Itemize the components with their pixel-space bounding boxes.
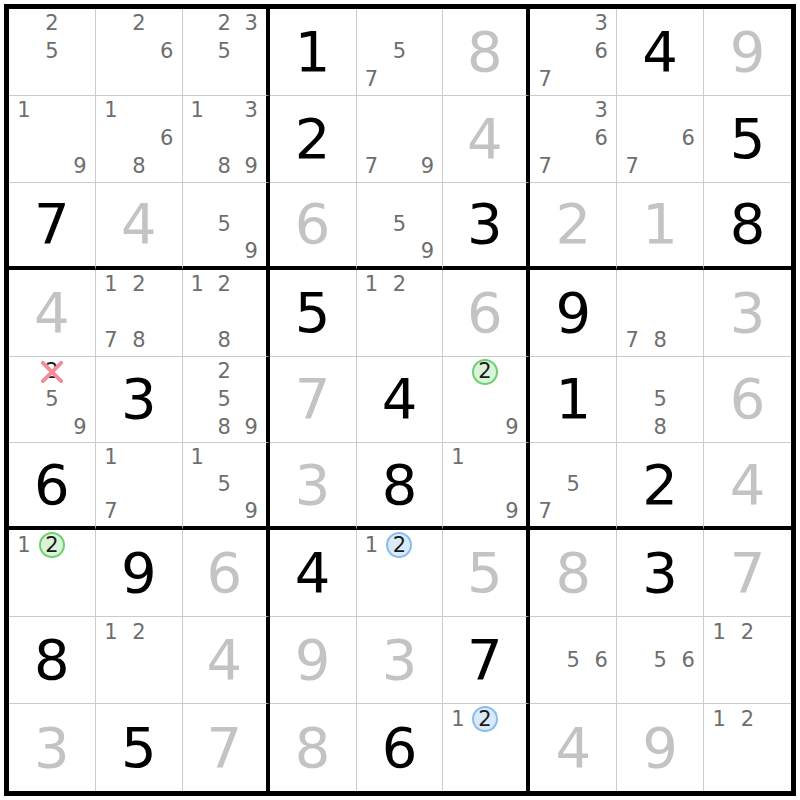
cell-value: 8 [730, 196, 766, 252]
candidate-slot-1 [531, 618, 559, 646]
cell-value: 3 [467, 196, 503, 252]
candidate-slot-7 [10, 587, 38, 615]
candidate-grid: 25 [10, 10, 94, 94]
candidate-slot-2 [646, 97, 674, 125]
cell-r4c4[interactable]: 5 [270, 270, 357, 357]
cell-r4c1[interactable]: 4 [9, 270, 96, 357]
candidate-slot-1: 1 [444, 444, 471, 471]
cell-r6c5[interactable]: 8 [357, 443, 444, 530]
candidate-8[interactable]: 8 [132, 156, 145, 177]
candidate-slot-1 [531, 97, 559, 125]
candidate-1[interactable]: 1 [713, 709, 726, 730]
cell-r1c8[interactable]: 4 [617, 9, 704, 96]
candidate-2[interactable]: 2 [45, 13, 58, 34]
cell-r7c5[interactable]: 12 [357, 530, 444, 617]
cell-r6c7[interactable]: 57 [530, 443, 617, 530]
candidate-slot-6 [413, 559, 441, 587]
candidate-slot-6 [674, 299, 702, 327]
candidate-slot-1 [184, 358, 211, 386]
candidate-slot-8 [386, 238, 414, 265]
candidate-slot-6 [413, 38, 441, 66]
cell-r5c4[interactable]: 7 [270, 357, 357, 444]
candidate-slot-3: 3 [587, 97, 615, 125]
candidate-slot-7 [705, 762, 733, 790]
cell-r7c3[interactable]: 6 [183, 530, 270, 617]
cell-r1c2[interactable]: 26 [96, 9, 183, 96]
candidate-slot-6 [238, 471, 265, 498]
candidate-1[interactable]: 1 [104, 100, 117, 121]
candidate-grid: 235 [184, 10, 265, 94]
candidate-9[interactable]: 9 [73, 417, 86, 438]
candidate-slot-5 [386, 125, 414, 153]
candidate-slot-2 [211, 184, 238, 211]
cell-r7c4[interactable]: 4 [270, 530, 357, 617]
candidate-slot-4 [184, 125, 211, 153]
candidate-1[interactable]: 1 [104, 622, 117, 643]
candidate-slot-2 [386, 10, 414, 38]
candidate-grid: 17 [97, 444, 181, 525]
cell-value: 3 [382, 632, 418, 688]
candidate-7[interactable]: 7 [626, 330, 639, 351]
candidate-7[interactable]: 7 [539, 156, 552, 177]
candidate-2[interactable]: 2 [741, 709, 754, 730]
candidate-slot-4 [358, 125, 386, 153]
candidate-slot-1 [618, 358, 646, 386]
candidate-7[interactable]: 7 [104, 501, 117, 522]
candidate-6[interactable]: 6 [595, 128, 608, 149]
candidate-slot-7: 7 [531, 153, 559, 181]
candidate-7[interactable]: 7 [365, 156, 378, 177]
cell-r7c2[interactable]: 9 [96, 530, 183, 617]
candidate-slot-6 [498, 471, 525, 498]
candidate-slot-6 [413, 211, 441, 238]
candidate-1[interactable]: 1 [713, 622, 726, 643]
candidate-slot-8 [38, 587, 66, 615]
candidate-7[interactable]: 7 [539, 501, 552, 522]
cell-r4c2[interactable]: 1278 [96, 270, 183, 357]
cell-value: 7 [295, 371, 331, 427]
candidate-grid: 59 [358, 184, 442, 265]
cell-r7c1[interactable]: 12 [9, 530, 96, 617]
cell-r9c5[interactable]: 6 [357, 704, 444, 791]
candidate-slot-2 [559, 97, 587, 125]
cell-r2c3[interactable]: 1389 [183, 96, 270, 183]
cell-r7c8[interactable]: 3 [617, 530, 704, 617]
candidate-slot-7 [358, 587, 386, 615]
candidate-slot-5 [38, 559, 66, 587]
candidate-slot-5: 5 [386, 38, 414, 66]
cell-r2c9[interactable]: 5 [704, 96, 791, 183]
candidate-slot-6 [238, 125, 265, 153]
candidate-1[interactable]: 1 [17, 100, 30, 121]
cell-r4c7[interactable]: 9 [530, 270, 617, 357]
candidate-slot-1: 1 [184, 444, 211, 471]
candidate-slot-1: 1 [10, 531, 38, 559]
cell-r7c6[interactable]: 5 [443, 530, 530, 617]
cell-r9c4[interactable]: 8 [270, 704, 357, 791]
candidate-slot-9 [587, 674, 615, 702]
cell-r3c7[interactable]: 2 [530, 183, 617, 270]
cell-r6c4[interactable]: 3 [270, 443, 357, 530]
cell-r9c1[interactable]: 3 [9, 704, 96, 791]
candidate-1[interactable]: 1 [451, 709, 464, 730]
candidate-6[interactable]: 6 [595, 650, 608, 671]
cell-value: 3 [34, 720, 70, 776]
cell-r5c1[interactable]: 259 [9, 357, 96, 444]
candidate-slot-6 [66, 38, 94, 66]
cell-r1c5[interactable]: 57 [357, 9, 444, 96]
candidate-6[interactable]: 6 [160, 41, 173, 62]
candidate-slot-2: 2 [471, 358, 498, 386]
cell-r6c6[interactable]: 19 [443, 443, 530, 530]
candidate-5[interactable]: 5 [653, 389, 666, 410]
candidate-1[interactable]: 1 [191, 447, 204, 468]
candidate-9[interactable]: 9 [244, 156, 257, 177]
cell-value: 7 [34, 196, 70, 252]
candidate-8[interactable]: 8 [218, 330, 231, 351]
candidate-6[interactable]: 6 [595, 41, 608, 62]
cell-r4c6[interactable]: 6 [443, 270, 530, 357]
candidate-1[interactable]: 1 [365, 274, 378, 295]
cell-r5c3[interactable]: 2589 [183, 357, 270, 444]
candidate-1[interactable]: 1 [104, 447, 117, 468]
candidate-1[interactable]: 1 [104, 274, 117, 295]
candidate-slot-2 [646, 358, 674, 386]
candidate-9[interactable]: 9 [244, 501, 257, 522]
cell-r5c2[interactable]: 3 [96, 357, 183, 444]
cell-r3c6[interactable]: 3 [443, 183, 530, 270]
candidate-8[interactable]: 8 [653, 417, 666, 438]
candidate-9[interactable]: 9 [244, 241, 257, 262]
cell-value: 8 [382, 457, 418, 513]
candidate-slot-8: 8 [211, 327, 238, 355]
cell-r4c5[interactable]: 12 [357, 270, 444, 357]
cell-r1c1[interactable]: 25 [9, 9, 96, 96]
candidate-8[interactable]: 8 [218, 156, 231, 177]
candidate-slot-7 [358, 238, 386, 265]
cell-value: 3 [121, 371, 157, 427]
candidate-2[interactable]: 2 [741, 622, 754, 643]
cell-r1c6[interactable]: 8 [443, 9, 530, 96]
candidate-slot-9: 9 [66, 413, 94, 441]
candidate-6[interactable]: 6 [681, 128, 694, 149]
cell-value: 9 [295, 632, 331, 688]
cell-r4c3[interactable]: 128 [183, 270, 270, 357]
candidate-slot-5: 5 [211, 211, 238, 238]
candidate-8[interactable]: 8 [132, 330, 145, 351]
cell-r1c4[interactable]: 1 [270, 9, 357, 96]
cell-value: 4 [642, 24, 678, 80]
cell-r9c8[interactable]: 9 [617, 704, 704, 791]
candidate-slot-2 [211, 444, 238, 471]
candidate-slot-6: 6 [587, 38, 615, 66]
candidate-slot-7 [184, 413, 211, 441]
cell-r8c9[interactable]: 12 [704, 617, 791, 704]
candidate-slot-1 [97, 10, 125, 38]
candidate-7[interactable]: 7 [365, 69, 378, 90]
candidate-5[interactable]: 5 [567, 474, 580, 495]
cell-r9c7[interactable]: 4 [530, 704, 617, 791]
cell-r5c7[interactable]: 1 [530, 357, 617, 444]
candidate-slot-1: 1 [97, 618, 125, 646]
cell-r6c8[interactable]: 2 [617, 443, 704, 530]
cell-r8c4[interactable]: 9 [270, 617, 357, 704]
cell-value: 1 [295, 24, 331, 80]
cell-value: 2 [642, 457, 678, 513]
candidate-2[interactable]: 2 [39, 532, 65, 558]
candidate-slot-7 [184, 498, 211, 525]
candidate-slot-3 [762, 618, 790, 646]
candidate-5[interactable]: 5 [393, 41, 406, 62]
cell-value: 6 [34, 457, 70, 513]
candidate-slot-6: 6 [587, 646, 615, 674]
cell-r2c5[interactable]: 79 [357, 96, 444, 183]
candidate-slot-1: 1 [97, 444, 125, 471]
candidate-9[interactable]: 9 [244, 417, 257, 438]
cell-r7c7[interactable]: 8 [530, 530, 617, 617]
cell-r8c8[interactable]: 56 [617, 617, 704, 704]
candidate-slot-5: 5 [559, 646, 587, 674]
candidate-slot-2: 2 [125, 10, 153, 38]
candidate-slot-4 [358, 559, 386, 587]
candidate-slot-2 [38, 97, 66, 125]
cell-value: 4 [34, 285, 70, 341]
cell-r8c6[interactable]: 7 [443, 617, 530, 704]
candidate-slot-1 [184, 184, 211, 211]
candidate-slot-4 [618, 299, 646, 327]
candidate-slot-9: 9 [238, 498, 265, 525]
candidate-2[interactable]: 2 [132, 274, 145, 295]
cell-r2c1[interactable]: 19 [9, 96, 96, 183]
candidate-slot-9 [153, 498, 181, 525]
cell-value: 4 [121, 196, 157, 252]
cell-r2c6[interactable]: 4 [443, 96, 530, 183]
candidate-slot-6 [587, 471, 615, 498]
candidate-slot-7 [184, 153, 211, 181]
cell-r1c7[interactable]: 367 [530, 9, 617, 96]
candidate-2[interactable]: 2 [218, 361, 231, 382]
cell-r6c1[interactable]: 6 [9, 443, 96, 530]
candidate-slot-8 [646, 153, 674, 181]
candidate-slot-2 [386, 97, 414, 125]
cell-r8c3[interactable]: 4 [183, 617, 270, 704]
cell-r3c1[interactable]: 7 [9, 183, 96, 270]
candidate-slot-8 [733, 762, 761, 790]
cell-r5c8[interactable]: 58 [617, 357, 704, 444]
candidate-slot-2: 2 [125, 618, 153, 646]
cell-r3c4[interactable]: 6 [270, 183, 357, 270]
candidate-5[interactable]: 5 [218, 214, 231, 235]
candidate-7[interactable]: 7 [104, 330, 117, 351]
candidate-slot-6 [153, 646, 181, 674]
candidate-grid: 29 [444, 358, 525, 442]
cell-r9c3[interactable]: 7 [183, 704, 270, 791]
candidate-slot-3 [413, 97, 441, 125]
cell-value: 4 [555, 720, 591, 776]
candidate-9[interactable]: 9 [421, 156, 434, 177]
candidate-grid: 56 [531, 618, 615, 702]
cell-value: 8 [34, 632, 70, 688]
candidate-slot-5 [125, 471, 153, 498]
candidate-9[interactable]: 9 [505, 417, 518, 438]
candidate-slot-9 [674, 413, 702, 441]
cell-r8c7[interactable]: 56 [530, 617, 617, 704]
candidate-slot-4 [10, 38, 38, 66]
cell-r8c5[interactable]: 3 [357, 617, 444, 704]
cell-r9c9[interactable]: 12 [704, 704, 791, 791]
cell-value: 9 [121, 545, 157, 601]
candidate-2[interactable]: 2 [393, 274, 406, 295]
cell-r3c8[interactable]: 1 [617, 183, 704, 270]
candidate-slot-6 [413, 125, 441, 153]
candidate-slot-7 [444, 498, 471, 525]
candidate-slot-1: 1 [184, 97, 211, 125]
candidate-3[interactable]: 3 [595, 13, 608, 34]
cell-value: 5 [295, 285, 331, 341]
cell-r1c3[interactable]: 235 [183, 9, 270, 96]
candidate-9[interactable]: 9 [505, 501, 518, 522]
candidate-slot-5: 5 [646, 646, 674, 674]
candidate-8[interactable]: 8 [218, 417, 231, 438]
candidate-slot-5 [211, 299, 238, 327]
candidate-9[interactable]: 9 [73, 156, 86, 177]
candidate-1[interactable]: 1 [17, 535, 30, 556]
candidate-6[interactable]: 6 [681, 650, 694, 671]
cell-r3c2[interactable]: 4 [96, 183, 183, 270]
cell-r3c9[interactable]: 8 [704, 183, 791, 270]
candidate-5[interactable]: 5 [45, 389, 58, 410]
candidate-slot-5 [471, 386, 498, 414]
candidate-2[interactable]: 2 [472, 359, 498, 385]
candidate-2[interactable]: 2 [218, 274, 231, 295]
cell-value: 2 [295, 111, 331, 167]
candidate-slot-2 [559, 10, 587, 38]
cell-r7c9[interactable]: 7 [704, 530, 791, 617]
candidate-slot-9 [153, 153, 181, 181]
candidate-slot-2 [125, 444, 153, 471]
candidate-slot-1 [358, 97, 386, 125]
candidate-8[interactable]: 8 [653, 330, 666, 351]
candidate-slot-7 [705, 674, 733, 702]
candidate-slot-7 [618, 674, 646, 702]
cell-r2c8[interactable]: 67 [617, 96, 704, 183]
candidate-slot-3 [238, 444, 265, 471]
candidate-2[interactable]: 2 [45, 361, 58, 382]
candidate-slot-1 [444, 358, 471, 386]
candidate-slot-9 [153, 674, 181, 702]
cell-r6c2[interactable]: 17 [96, 443, 183, 530]
candidate-slot-9 [66, 66, 94, 94]
cell-value: 4 [295, 545, 331, 601]
cell-r4c8[interactable]: 78 [617, 270, 704, 357]
cell-r5c9[interactable]: 6 [704, 357, 791, 444]
candidate-2[interactable]: 2 [386, 532, 412, 558]
candidate-3[interactable]: 3 [244, 13, 257, 34]
candidate-slot-6 [66, 125, 94, 153]
candidate-slot-7 [10, 413, 38, 441]
candidate-slot-7 [618, 413, 646, 441]
candidate-slot-4 [705, 733, 733, 761]
candidate-1[interactable]: 1 [451, 447, 464, 468]
cell-r4c9[interactable]: 3 [704, 270, 791, 357]
candidate-5[interactable]: 5 [218, 389, 231, 410]
candidate-2[interactable]: 2 [132, 622, 145, 643]
candidate-slot-9 [674, 153, 702, 181]
candidate-slot-4 [184, 38, 211, 66]
candidate-3[interactable]: 3 [244, 100, 257, 121]
candidate-6[interactable]: 6 [160, 128, 173, 149]
candidate-slot-1: 1 [10, 97, 38, 125]
candidate-slot-1 [531, 10, 559, 38]
candidate-slot-7 [97, 674, 125, 702]
candidate-7[interactable]: 7 [626, 156, 639, 177]
cell-r5c6[interactable]: 29 [443, 357, 530, 444]
candidate-1[interactable]: 1 [191, 274, 204, 295]
candidate-slot-4 [444, 386, 471, 414]
candidate-3[interactable]: 3 [595, 100, 608, 121]
candidate-1[interactable]: 1 [365, 535, 378, 556]
candidate-slot-5 [386, 559, 414, 587]
candidate-5[interactable]: 5 [567, 650, 580, 671]
candidate-slot-6 [66, 559, 94, 587]
candidate-9[interactable]: 9 [421, 241, 434, 262]
candidate-slot-9: 9 [238, 413, 265, 441]
candidate-slot-8 [38, 153, 66, 181]
candidate-1[interactable]: 1 [191, 100, 204, 121]
candidate-slot-9 [153, 327, 181, 355]
candidate-slot-6: 6 [153, 125, 181, 153]
candidate-5[interactable]: 5 [45, 41, 58, 62]
cell-r6c9[interactable]: 4 [704, 443, 791, 530]
candidate-slot-5: 5 [386, 211, 414, 238]
cell-r9c2[interactable]: 5 [96, 704, 183, 791]
cell-r2c4[interactable]: 2 [270, 96, 357, 183]
candidate-slot-5 [733, 646, 761, 674]
cell-r6c3[interactable]: 159 [183, 443, 270, 530]
cell-r8c1[interactable]: 8 [9, 617, 96, 704]
candidate-slot-1: 1 [705, 618, 733, 646]
candidate-2[interactable]: 2 [472, 706, 498, 732]
candidate-slot-9 [413, 587, 441, 615]
candidate-5[interactable]: 5 [653, 650, 666, 671]
cell-r9c6[interactable]: 12 [443, 704, 530, 791]
cell-r8c2[interactable]: 12 [96, 617, 183, 704]
candidate-grid: 1389 [184, 97, 265, 181]
candidate-grid: 79 [358, 97, 442, 181]
candidate-7[interactable]: 7 [539, 69, 552, 90]
candidate-5[interactable]: 5 [218, 474, 231, 495]
candidate-slot-3 [238, 184, 265, 211]
candidate-grid: 78 [618, 271, 702, 355]
cell-r3c5[interactable]: 59 [357, 183, 444, 270]
candidate-slot-9 [674, 674, 702, 702]
candidate-grid: 367 [531, 10, 615, 94]
candidate-5[interactable]: 5 [218, 41, 231, 62]
cell-r2c2[interactable]: 168 [96, 96, 183, 183]
candidate-slot-8: 8 [125, 153, 153, 181]
cell-r1c9[interactable]: 9 [704, 9, 791, 96]
candidate-2[interactable]: 2 [218, 13, 231, 34]
candidate-slot-7: 7 [97, 498, 125, 525]
cell-r2c7[interactable]: 367 [530, 96, 617, 183]
candidate-slot-4 [358, 38, 386, 66]
cell-r3c3[interactable]: 59 [183, 183, 270, 270]
cell-r5c5[interactable]: 4 [357, 357, 444, 444]
candidate-5[interactable]: 5 [393, 214, 406, 235]
candidate-2[interactable]: 2 [132, 13, 145, 34]
candidate-slot-8 [471, 762, 498, 790]
candidate-slot-7: 7 [97, 327, 125, 355]
